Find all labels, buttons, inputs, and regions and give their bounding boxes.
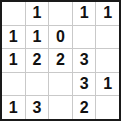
cell[interactable]: 1 (2, 49, 25, 72)
cell[interactable]: 1 (26, 26, 49, 49)
cell[interactable] (26, 73, 49, 96)
cell[interactable] (49, 73, 72, 96)
cell[interactable]: 1 (2, 96, 25, 119)
cell[interactable] (73, 26, 96, 49)
cell[interactable]: 2 (49, 49, 72, 72)
cell[interactable]: 1 (26, 2, 49, 25)
cell[interactable] (49, 96, 72, 119)
cell[interactable]: 3 (73, 73, 96, 96)
cell[interactable]: 1 (96, 2, 119, 25)
cell[interactable]: 2 (26, 49, 49, 72)
cell[interactable]: 3 (73, 49, 96, 72)
cell[interactable]: 2 (73, 96, 96, 119)
cell[interactable]: 1 (73, 2, 96, 25)
cell[interactable]: 0 (49, 26, 72, 49)
cell[interactable] (96, 49, 119, 72)
cell[interactable]: 3 (26, 96, 49, 119)
cell[interactable] (2, 2, 25, 25)
cell[interactable]: 1 (2, 26, 25, 49)
cell[interactable] (96, 96, 119, 119)
puzzle-board: 111110122331132 (0, 0, 121, 121)
cell[interactable] (2, 73, 25, 96)
cell[interactable] (96, 26, 119, 49)
cell[interactable]: 1 (96, 73, 119, 96)
cell[interactable] (49, 2, 72, 25)
